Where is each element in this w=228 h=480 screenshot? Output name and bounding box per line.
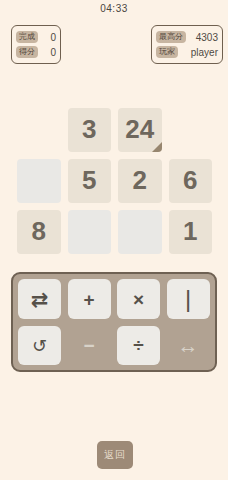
timer: 04:33 (0, 3, 228, 14)
completed-value: 0 (50, 32, 56, 43)
move-button[interactable]: ↔ (167, 326, 210, 365)
concat-button[interactable]: | (167, 279, 210, 319)
board-tile-5[interactable]: 5 (68, 159, 112, 203)
swap-button[interactable]: ⇄ (18, 279, 61, 319)
board-tile-2[interactable]: 2 (118, 159, 162, 203)
undo-button[interactable]: ↺ (18, 326, 61, 365)
keypad-grid: ⇄+×|↺−÷↔ (18, 279, 210, 365)
board-tile-3[interactable]: 3 (68, 108, 112, 152)
keypad: ⇄+×|↺−÷↔ (11, 272, 217, 372)
highscore-label-badge: 最高分 (156, 31, 186, 43)
completed-label-badge: 完成 (16, 31, 38, 43)
player-label-badge: 玩家 (156, 46, 178, 58)
stat-row-completed: 完成 0 (16, 31, 56, 43)
stat-row-player: 玩家 player (156, 46, 218, 58)
stats-panel-player: 最高分 4303 玩家 player (151, 25, 223, 64)
stats-panel-progress: 完成 0 得分 0 (11, 25, 61, 64)
add-button[interactable]: + (68, 279, 111, 319)
board-slot (68, 210, 112, 254)
folded-corner-icon (152, 142, 162, 152)
board-slot (118, 210, 162, 254)
board-tile-24[interactable]: 24 (118, 108, 162, 152)
stat-row-highscore: 最高分 4303 (156, 31, 218, 43)
board-tile-1[interactable]: 1 (169, 210, 213, 254)
player-value: player (191, 47, 218, 58)
highscore-value: 4303 (196, 32, 218, 43)
stat-row-score: 得分 0 (16, 46, 56, 58)
divide-button[interactable]: ÷ (117, 326, 160, 365)
board: 32452681 (17, 108, 212, 254)
multiply-button[interactable]: × (117, 279, 160, 319)
back-button[interactable]: 返回 (97, 441, 133, 469)
board-tile-8[interactable]: 8 (17, 210, 61, 254)
score-label-badge: 得分 (16, 46, 38, 58)
score-value: 0 (50, 47, 56, 58)
board-tile-6[interactable]: 6 (169, 159, 213, 203)
game-screen: 04:33 完成 0 得分 0 最高分 4303 玩家 player 32452… (0, 0, 228, 480)
board-slot (17, 159, 61, 203)
subtract-button[interactable]: − (68, 326, 111, 365)
